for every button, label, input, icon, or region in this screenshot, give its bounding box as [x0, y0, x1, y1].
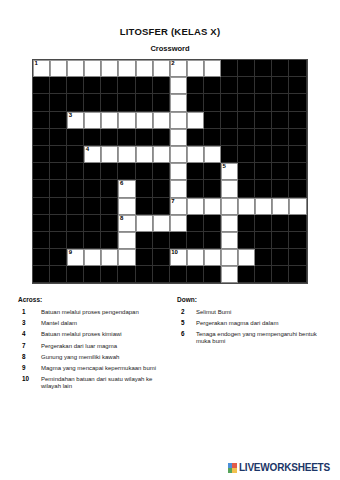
letter-cell[interactable]: 7	[170, 198, 187, 215]
black-cell	[101, 163, 118, 180]
letter-cell[interactable]	[221, 198, 238, 215]
black-cell	[101, 266, 118, 283]
black-cell	[50, 146, 67, 163]
black-cell	[272, 129, 289, 146]
black-cell	[50, 129, 67, 146]
letter-cell[interactable]: 10	[170, 249, 187, 266]
black-cell	[204, 163, 221, 180]
cell-number: 6	[120, 180, 123, 187]
clue-number: 7	[22, 343, 41, 350]
black-cell	[289, 77, 306, 94]
black-cell	[84, 198, 101, 215]
letter-cell[interactable]	[136, 112, 153, 129]
black-cell	[272, 266, 289, 283]
black-cell	[221, 146, 238, 163]
cell-number: 2	[171, 60, 174, 67]
letter-cell[interactable]	[101, 60, 118, 77]
black-cell	[50, 215, 67, 232]
liveworksheets-logo[interactable]: LIVEWORKSHEETS	[228, 462, 330, 473]
letter-cell[interactable]	[118, 232, 135, 249]
letter-cell[interactable]	[118, 198, 135, 215]
black-cell	[272, 112, 289, 129]
letter-cell[interactable]	[170, 129, 187, 146]
black-cell	[255, 163, 272, 180]
liveworksheets-icon	[228, 463, 237, 473]
letter-cell[interactable]	[170, 112, 187, 129]
black-cell	[153, 129, 170, 146]
black-cell	[101, 129, 118, 146]
clue-text: Mantel dalam	[41, 320, 166, 327]
black-cell	[221, 112, 238, 129]
letter-cell[interactable]	[118, 112, 135, 129]
letter-cell[interactable]	[204, 249, 221, 266]
clue-item: 6Tenaga endogen yang mempengaruhi bentuk…	[181, 331, 329, 345]
letter-cell[interactable]	[204, 198, 221, 215]
letter-cell[interactable]: 9	[67, 249, 84, 266]
black-cell	[204, 232, 221, 249]
page-title: LITOSFER (KELAS X)	[0, 26, 340, 37]
black-cell	[67, 77, 84, 94]
black-cell	[187, 266, 204, 283]
letter-cell[interactable]	[204, 146, 221, 163]
black-cell	[153, 266, 170, 283]
down-clue-list: 2Selimut Bumi5Pergerakan magma dari dala…	[177, 309, 329, 345]
black-cell	[289, 266, 306, 283]
black-cell	[33, 266, 50, 283]
black-cell	[187, 232, 204, 249]
black-cell	[153, 77, 170, 94]
page-subtitle: Crossword	[0, 44, 340, 53]
crossword-grid: 12345678910	[32, 59, 308, 284]
cell-number: 1	[35, 60, 38, 67]
black-cell	[170, 232, 187, 249]
clue-text: Pergerakan magma dari dalam	[196, 320, 329, 327]
black-cell	[289, 94, 306, 111]
black-cell	[238, 146, 255, 163]
letter-cell[interactable]	[118, 146, 135, 163]
black-cell	[204, 77, 221, 94]
letter-cell[interactable]	[170, 215, 187, 232]
black-cell	[33, 112, 50, 129]
letter-cell[interactable]	[118, 60, 135, 77]
black-cell	[272, 146, 289, 163]
black-cell	[289, 249, 306, 266]
black-cell	[272, 77, 289, 94]
clue-number: 10	[22, 376, 41, 383]
letter-cell[interactable]	[84, 60, 101, 77]
black-cell	[238, 60, 255, 77]
black-cell	[187, 215, 204, 232]
black-cell	[67, 94, 84, 111]
clue-number: 9	[22, 365, 41, 372]
black-cell	[289, 163, 306, 180]
clue-text: Pemindahan batuan dari suatu wilayah ke …	[41, 376, 166, 390]
black-cell	[67, 266, 84, 283]
clue-number: 2	[181, 309, 196, 316]
letter-cell[interactable]: 2	[170, 60, 187, 77]
black-cell	[187, 163, 204, 180]
black-cell	[33, 180, 50, 197]
letter-cell[interactable]: 3	[67, 112, 84, 129]
clue-item: 2Selimut Bumi	[181, 309, 329, 316]
letter-cell[interactable]	[84, 112, 101, 129]
black-cell	[136, 163, 153, 180]
black-cell	[187, 94, 204, 111]
black-cell	[255, 232, 272, 249]
clue-item: 3Mantel dalam	[22, 320, 166, 327]
black-cell	[118, 129, 135, 146]
across-clues-section: Across: 1Batuan melalui proses pengendap…	[18, 296, 166, 394]
letter-cell[interactable]	[238, 198, 255, 215]
black-cell	[136, 77, 153, 94]
black-cell	[50, 180, 67, 197]
black-cell	[136, 232, 153, 249]
letter-cell[interactable]: 6	[118, 180, 135, 197]
letter-cell[interactable]	[221, 232, 238, 249]
black-cell	[289, 180, 306, 197]
black-cell	[238, 129, 255, 146]
letter-cell[interactable]: 1	[33, 60, 50, 77]
black-cell	[255, 266, 272, 283]
black-cell	[187, 77, 204, 94]
black-cell	[289, 112, 306, 129]
letter-cell[interactable]: 4	[84, 146, 101, 163]
black-cell	[50, 266, 67, 283]
clue-item: 8Gunung yang memiliki kawah	[22, 354, 166, 361]
black-cell	[67, 180, 84, 197]
cell-number: 3	[69, 112, 72, 119]
letter-cell[interactable]	[187, 249, 204, 266]
black-cell	[272, 215, 289, 232]
letter-cell[interactable]	[170, 77, 187, 94]
clue-text: Tenaga endogen yang mempengaruhi bentuk …	[196, 331, 329, 345]
black-cell	[272, 60, 289, 77]
black-cell	[238, 180, 255, 197]
black-cell	[50, 94, 67, 111]
black-cell	[136, 198, 153, 215]
black-cell	[255, 94, 272, 111]
black-cell	[33, 94, 50, 111]
letter-cell[interactable]	[136, 146, 153, 163]
black-cell	[33, 249, 50, 266]
black-cell	[67, 129, 84, 146]
letter-cell[interactable]	[170, 163, 187, 180]
letter-cell[interactable]	[238, 249, 255, 266]
letter-cell[interactable]	[187, 198, 204, 215]
letter-cell[interactable]	[255, 198, 272, 215]
letter-cell[interactable]	[170, 94, 187, 111]
black-cell	[255, 249, 272, 266]
black-cell	[272, 163, 289, 180]
clue-number: 6	[181, 331, 196, 338]
black-cell	[255, 77, 272, 94]
across-heading: Across:	[18, 296, 166, 303]
black-cell	[84, 232, 101, 249]
clue-item: 1Batuan melalui proses pengendapan	[22, 309, 166, 316]
black-cell	[238, 77, 255, 94]
black-cell	[221, 94, 238, 111]
black-cell	[84, 266, 101, 283]
black-cell	[67, 163, 84, 180]
letter-cell[interactable]	[84, 249, 101, 266]
black-cell	[153, 249, 170, 266]
black-cell	[50, 232, 67, 249]
black-cell	[289, 129, 306, 146]
clue-item: 9Magma yang mencapai kepermukaan bumi	[22, 365, 166, 372]
clue-item: 7Pergerakan dari luar magma	[22, 343, 166, 350]
black-cell	[204, 129, 221, 146]
down-heading: Down:	[177, 296, 329, 303]
black-cell	[33, 129, 50, 146]
black-cell	[187, 129, 204, 146]
black-cell	[204, 180, 221, 197]
black-cell	[84, 77, 101, 94]
black-cell	[136, 266, 153, 283]
cell-number: 7	[171, 198, 174, 205]
black-cell	[50, 198, 67, 215]
black-cell	[84, 129, 101, 146]
clue-number: 1	[22, 309, 41, 316]
black-cell	[84, 215, 101, 232]
letter-cell[interactable]	[221, 180, 238, 197]
black-cell	[84, 163, 101, 180]
cell-number: 10	[171, 249, 178, 256]
black-cell	[153, 94, 170, 111]
black-cell	[33, 198, 50, 215]
black-cell	[204, 112, 221, 129]
letter-cell[interactable]	[118, 249, 135, 266]
black-cell	[289, 146, 306, 163]
clue-text: Batuan melalui proses kimiawi	[41, 331, 166, 338]
black-cell	[101, 77, 118, 94]
letter-cell[interactable]	[221, 249, 238, 266]
black-cell	[101, 215, 118, 232]
letter-cell[interactable]	[50, 60, 67, 77]
black-cell	[238, 266, 255, 283]
clue-number: 4	[22, 331, 41, 338]
black-cell	[67, 198, 84, 215]
black-cell	[67, 232, 84, 249]
black-cell	[272, 232, 289, 249]
letter-cell[interactable]	[136, 215, 153, 232]
black-cell	[67, 146, 84, 163]
letter-cell[interactable]	[153, 146, 170, 163]
across-clue-list: 1Batuan melalui proses pengendapan3Mante…	[18, 309, 166, 390]
black-cell	[101, 180, 118, 197]
black-cell	[221, 77, 238, 94]
black-cell	[101, 232, 118, 249]
black-cell	[272, 180, 289, 197]
black-cell	[255, 215, 272, 232]
letter-cell[interactable]	[153, 215, 170, 232]
letter-cell[interactable]	[187, 60, 204, 77]
letter-cell[interactable]	[221, 266, 238, 283]
letter-cell[interactable]	[187, 146, 204, 163]
cell-number: 8	[120, 215, 123, 222]
black-cell	[204, 94, 221, 111]
black-cell	[118, 94, 135, 111]
black-cell	[50, 77, 67, 94]
black-cell	[204, 266, 221, 283]
clue-text: Magma yang mencapai kepermukaan bumi	[41, 365, 166, 372]
black-cell	[153, 180, 170, 197]
black-cell	[33, 163, 50, 180]
black-cell	[153, 198, 170, 215]
black-cell	[136, 249, 153, 266]
black-cell	[187, 180, 204, 197]
black-cell	[289, 60, 306, 77]
black-cell	[118, 266, 135, 283]
black-cell	[238, 94, 255, 111]
black-cell	[33, 215, 50, 232]
cell-number: 5	[223, 163, 226, 170]
letter-cell[interactable]: 5	[221, 163, 238, 180]
liveworksheets-logo-text: LIVEWORKSHEETS	[239, 462, 330, 473]
black-cell	[153, 232, 170, 249]
black-cell	[118, 163, 135, 180]
black-cell	[101, 198, 118, 215]
letter-cell[interactable]	[221, 215, 238, 232]
letter-cell[interactable]	[153, 112, 170, 129]
black-cell	[136, 180, 153, 197]
black-cell	[33, 77, 50, 94]
black-cell	[238, 112, 255, 129]
black-cell	[255, 180, 272, 197]
black-cell	[170, 266, 187, 283]
black-cell	[272, 249, 289, 266]
black-cell	[50, 112, 67, 129]
black-cell	[118, 77, 135, 94]
black-cell	[255, 60, 272, 77]
black-cell	[67, 215, 84, 232]
black-cell	[50, 163, 67, 180]
clue-item: 5Pergerakan magma dari dalam	[181, 320, 329, 327]
black-cell	[238, 232, 255, 249]
black-cell	[204, 215, 221, 232]
black-cell	[101, 94, 118, 111]
black-cell	[221, 129, 238, 146]
letter-cell[interactable]	[289, 198, 306, 215]
black-cell	[289, 215, 306, 232]
letter-cell[interactable]: 8	[118, 215, 135, 232]
letter-cell[interactable]	[170, 180, 187, 197]
black-cell	[272, 94, 289, 111]
clue-text: Selimut Bumi	[196, 309, 329, 316]
black-cell	[255, 146, 272, 163]
black-cell	[153, 163, 170, 180]
black-cell	[136, 129, 153, 146]
clue-text: Batuan melalui proses pengendapan	[41, 309, 166, 316]
black-cell	[221, 60, 238, 77]
black-cell	[33, 146, 50, 163]
letter-cell[interactable]	[101, 146, 118, 163]
black-cell	[136, 94, 153, 111]
black-cell	[33, 232, 50, 249]
clue-number: 8	[22, 354, 41, 361]
letter-cell[interactable]	[101, 112, 118, 129]
black-cell	[238, 215, 255, 232]
cell-number: 4	[86, 146, 89, 153]
clue-number: 3	[22, 320, 41, 327]
letter-cell[interactable]	[153, 60, 170, 77]
clue-number: 5	[181, 320, 196, 327]
black-cell	[238, 163, 255, 180]
down-clues-section: Down: 2Selimut Bumi5Pergerakan magma dar…	[177, 296, 329, 349]
black-cell	[84, 94, 101, 111]
clue-item: 4Batuan melalui proses kimiawi	[22, 331, 166, 338]
clue-item: 10Pemindahan batuan dari suatu wilayah k…	[22, 376, 166, 390]
letter-cell[interactable]	[272, 198, 289, 215]
black-cell	[255, 129, 272, 146]
black-cell	[255, 112, 272, 129]
letter-cell[interactable]	[170, 146, 187, 163]
cell-number: 9	[69, 249, 72, 256]
letter-cell[interactable]	[187, 112, 204, 129]
letter-cell[interactable]	[101, 249, 118, 266]
letter-cell[interactable]	[67, 60, 84, 77]
clue-text: Pergerakan dari luar magma	[41, 343, 166, 350]
clue-text: Gunung yang memiliki kawah	[41, 354, 166, 361]
black-cell	[289, 232, 306, 249]
letter-cell[interactable]	[136, 60, 153, 77]
letter-cell[interactable]	[204, 60, 221, 77]
black-cell	[50, 249, 67, 266]
black-cell	[84, 180, 101, 197]
